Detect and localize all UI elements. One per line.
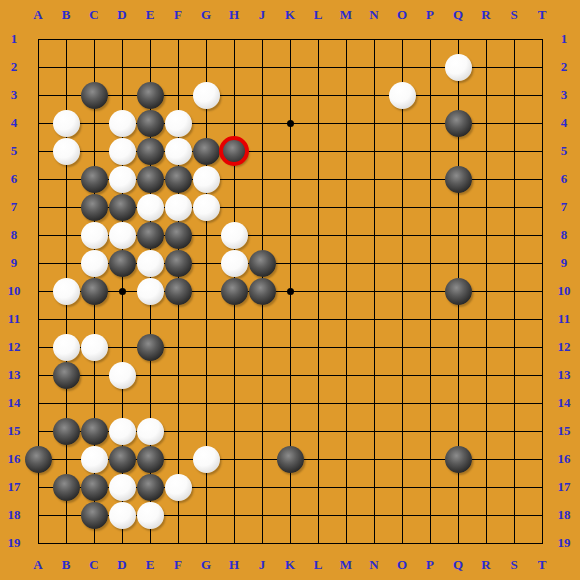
stone-black-c3[interactable]: [81, 82, 108, 109]
row-label-left-13: 13: [8, 367, 21, 383]
row-label-left-19: 19: [8, 535, 21, 551]
grid-line-vertical: [542, 39, 543, 544]
stone-white-b5[interactable]: [53, 138, 80, 165]
stone-black-f8[interactable]: [165, 222, 192, 249]
stone-white-c16[interactable]: [81, 446, 108, 473]
row-label-right-10: 10: [558, 283, 571, 299]
stone-black-h10[interactable]: [221, 278, 248, 305]
stone-black-q4[interactable]: [445, 110, 472, 137]
grid-line-vertical: [374, 39, 375, 544]
column-label-top-q: Q: [453, 7, 463, 23]
grid-line-vertical: [346, 39, 347, 544]
column-label-top-m: M: [340, 7, 352, 23]
stone-black-d7[interactable]: [109, 194, 136, 221]
stone-black-e8[interactable]: [137, 222, 164, 249]
column-label-top-n: N: [369, 7, 378, 23]
stone-white-g3[interactable]: [193, 82, 220, 109]
column-label-top-c: C: [89, 7, 98, 23]
stone-white-c9[interactable]: [81, 250, 108, 277]
stone-white-d5[interactable]: [109, 138, 136, 165]
star-point: [119, 288, 126, 295]
stone-white-f5[interactable]: [165, 138, 192, 165]
stone-black-a16[interactable]: [25, 446, 52, 473]
row-label-right-3: 3: [561, 87, 568, 103]
column-label-top-e: E: [146, 7, 155, 23]
stone-white-q2[interactable]: [445, 54, 472, 81]
stone-black-e17[interactable]: [137, 474, 164, 501]
stone-white-c8[interactable]: [81, 222, 108, 249]
column-label-top-d: D: [117, 7, 126, 23]
stone-black-c7[interactable]: [81, 194, 108, 221]
column-label-bottom-s: S: [510, 557, 517, 573]
row-label-right-9: 9: [561, 255, 568, 271]
column-label-top-p: P: [426, 7, 434, 23]
row-label-left-4: 4: [11, 115, 18, 131]
row-label-left-5: 5: [11, 143, 18, 159]
stone-white-c12[interactable]: [81, 334, 108, 361]
stone-black-d9[interactable]: [109, 250, 136, 277]
column-label-bottom-k: K: [285, 557, 295, 573]
stone-white-d15[interactable]: [109, 418, 136, 445]
column-label-bottom-d: D: [117, 557, 126, 573]
stone-black-c10[interactable]: [81, 278, 108, 305]
row-label-right-13: 13: [558, 367, 571, 383]
stone-white-b4[interactable]: [53, 110, 80, 137]
row-label-right-11: 11: [558, 311, 570, 327]
stone-white-d8[interactable]: [109, 222, 136, 249]
last-move-marker: [219, 136, 249, 166]
stone-white-h9[interactable]: [221, 250, 248, 277]
stone-black-b15[interactable]: [53, 418, 80, 445]
column-label-bottom-m: M: [340, 557, 352, 573]
stone-black-q16[interactable]: [445, 446, 472, 473]
stone-white-o3[interactable]: [389, 82, 416, 109]
stone-white-f4[interactable]: [165, 110, 192, 137]
stone-black-q10[interactable]: [445, 278, 472, 305]
stone-black-b17[interactable]: [53, 474, 80, 501]
column-label-top-l: L: [314, 7, 323, 23]
grid-line-vertical: [430, 39, 431, 544]
column-label-top-t: T: [538, 7, 547, 23]
go-board[interactable]: AABBCCDDEEFFGGHHJJKKLLMMNNOOPPQQRRSSTT11…: [0, 0, 580, 580]
column-label-top-h: H: [229, 7, 239, 23]
stone-black-c17[interactable]: [81, 474, 108, 501]
grid-line-horizontal: [38, 543, 543, 544]
row-label-right-16: 16: [558, 451, 571, 467]
row-label-right-8: 8: [561, 227, 568, 243]
stone-white-e18[interactable]: [137, 502, 164, 529]
row-label-left-10: 10: [8, 283, 21, 299]
column-label-top-b: B: [62, 7, 71, 23]
stone-black-j9[interactable]: [249, 250, 276, 277]
row-label-right-7: 7: [561, 199, 568, 215]
row-label-right-1: 1: [561, 31, 568, 47]
row-label-left-6: 6: [11, 171, 18, 187]
stone-black-j10[interactable]: [249, 278, 276, 305]
row-label-left-17: 17: [8, 479, 21, 495]
row-label-right-19: 19: [558, 535, 571, 551]
row-label-right-18: 18: [558, 507, 571, 523]
row-label-right-15: 15: [558, 423, 571, 439]
stone-white-e10[interactable]: [137, 278, 164, 305]
grid-line-horizontal: [38, 347, 543, 348]
row-label-left-3: 3: [11, 87, 18, 103]
stone-white-e15[interactable]: [137, 418, 164, 445]
row-label-left-7: 7: [11, 199, 18, 215]
stone-black-e3[interactable]: [137, 82, 164, 109]
row-label-right-12: 12: [558, 339, 571, 355]
row-label-left-18: 18: [8, 507, 21, 523]
column-label-bottom-n: N: [369, 557, 378, 573]
row-label-right-14: 14: [558, 395, 571, 411]
row-label-left-15: 15: [8, 423, 21, 439]
stone-black-c18[interactable]: [81, 502, 108, 529]
row-label-left-16: 16: [8, 451, 21, 467]
stone-black-e4[interactable]: [137, 110, 164, 137]
stone-black-e16[interactable]: [137, 446, 164, 473]
stone-black-e12[interactable]: [137, 334, 164, 361]
row-label-left-12: 12: [8, 339, 21, 355]
stone-white-d18[interactable]: [109, 502, 136, 529]
stone-black-b13[interactable]: [53, 362, 80, 389]
stone-white-g7[interactable]: [193, 194, 220, 221]
column-label-bottom-r: R: [481, 557, 490, 573]
stone-black-f9[interactable]: [165, 250, 192, 277]
row-label-left-1: 1: [11, 31, 18, 47]
stone-white-b12[interactable]: [53, 334, 80, 361]
grid-line-vertical: [402, 39, 403, 544]
grid-line-vertical: [486, 39, 487, 544]
column-label-bottom-t: T: [538, 557, 547, 573]
row-label-right-2: 2: [561, 59, 568, 75]
stone-white-d6[interactable]: [109, 166, 136, 193]
star-point: [287, 288, 294, 295]
stone-white-e7[interactable]: [137, 194, 164, 221]
stone-white-f17[interactable]: [165, 474, 192, 501]
stone-black-f10[interactable]: [165, 278, 192, 305]
row-label-right-5: 5: [561, 143, 568, 159]
column-label-bottom-p: P: [426, 557, 434, 573]
column-label-bottom-q: Q: [453, 557, 463, 573]
stone-white-g6[interactable]: [193, 166, 220, 193]
stone-black-c15[interactable]: [81, 418, 108, 445]
column-label-bottom-f: F: [174, 557, 182, 573]
column-label-bottom-c: C: [89, 557, 98, 573]
column-label-bottom-a: A: [33, 557, 42, 573]
stone-black-e5[interactable]: [137, 138, 164, 165]
column-label-top-j: J: [259, 7, 266, 23]
column-label-top-a: A: [33, 7, 42, 23]
stone-black-f6[interactable]: [165, 166, 192, 193]
row-label-left-8: 8: [11, 227, 18, 243]
stone-white-d4[interactable]: [109, 110, 136, 137]
stone-white-e9[interactable]: [137, 250, 164, 277]
row-label-left-14: 14: [8, 395, 21, 411]
row-label-right-17: 17: [558, 479, 571, 495]
column-label-top-r: R: [481, 7, 490, 23]
stone-white-b10[interactable]: [53, 278, 80, 305]
column-label-top-k: K: [285, 7, 295, 23]
row-label-left-11: 11: [8, 311, 20, 327]
stone-black-q6[interactable]: [445, 166, 472, 193]
star-point: [287, 120, 294, 127]
column-label-bottom-e: E: [146, 557, 155, 573]
column-label-top-f: F: [174, 7, 182, 23]
column-label-bottom-h: H: [229, 557, 239, 573]
row-label-left-9: 9: [11, 255, 18, 271]
grid-line-horizontal: [38, 403, 543, 404]
stone-white-f7[interactable]: [165, 194, 192, 221]
grid-line-vertical: [318, 39, 319, 544]
stone-black-e6[interactable]: [137, 166, 164, 193]
column-label-bottom-j: J: [259, 557, 266, 573]
stone-black-d16[interactable]: [109, 446, 136, 473]
grid-line-horizontal: [38, 319, 543, 320]
stone-white-d17[interactable]: [109, 474, 136, 501]
column-label-bottom-g: G: [201, 557, 211, 573]
column-label-top-o: O: [397, 7, 407, 23]
grid-line-vertical: [514, 39, 515, 544]
stone-black-k16[interactable]: [277, 446, 304, 473]
stone-black-g5[interactable]: [193, 138, 220, 165]
column-label-bottom-b: B: [62, 557, 71, 573]
column-label-bottom-l: L: [314, 557, 323, 573]
row-label-right-6: 6: [561, 171, 568, 187]
row-label-right-4: 4: [561, 115, 568, 131]
stone-white-g16[interactable]: [193, 446, 220, 473]
column-label-bottom-o: O: [397, 557, 407, 573]
stone-white-h8[interactable]: [221, 222, 248, 249]
row-label-left-2: 2: [11, 59, 18, 75]
stone-black-c6[interactable]: [81, 166, 108, 193]
stone-white-d13[interactable]: [109, 362, 136, 389]
column-label-top-s: S: [510, 7, 517, 23]
column-label-top-g: G: [201, 7, 211, 23]
